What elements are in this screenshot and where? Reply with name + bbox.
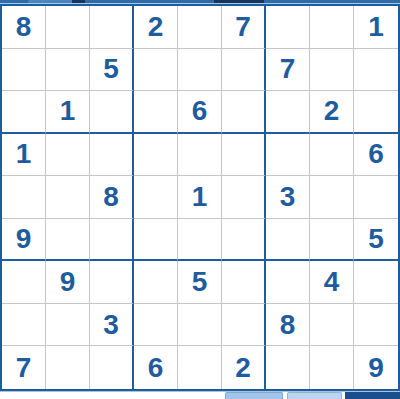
- cell-r1c3[interactable]: [90, 6, 134, 49]
- cell-r9c3[interactable]: [90, 346, 134, 389]
- cell-r4c1[interactable]: 1: [2, 134, 46, 177]
- cell-r3c5[interactable]: 6: [178, 91, 222, 134]
- cell-r5c5[interactable]: 1: [178, 176, 222, 219]
- cell-r8c4[interactable]: [134, 304, 178, 347]
- cell-r8c5[interactable]: [178, 304, 222, 347]
- cell-r7c4[interactable]: [134, 261, 178, 304]
- cell-r9c1[interactable]: 7: [2, 346, 46, 389]
- cell-r4c9[interactable]: 6: [354, 134, 398, 177]
- cell-r5c6[interactable]: [222, 176, 266, 219]
- cell-r4c3[interactable]: [90, 134, 134, 177]
- sudoku-board: 8271571621681395954387629: [0, 4, 400, 391]
- cell-r1c7[interactable]: [266, 6, 310, 49]
- cell-r6c3[interactable]: [90, 219, 134, 262]
- cell-r3c4[interactable]: [134, 91, 178, 134]
- cell-r7c5[interactable]: 5: [178, 261, 222, 304]
- cell-r2c2[interactable]: [46, 49, 90, 92]
- bottom-fragment-lighter: [287, 392, 342, 399]
- cell-r4c5[interactable]: [178, 134, 222, 177]
- cell-r7c1[interactable]: [2, 261, 46, 304]
- cell-r1c8[interactable]: [310, 6, 354, 49]
- bottom-fragment-light: [225, 392, 283, 399]
- cell-r7c8[interactable]: 4: [310, 261, 354, 304]
- cell-r1c9[interactable]: 1: [354, 6, 398, 49]
- cell-r2c4[interactable]: [134, 49, 178, 92]
- cell-r5c8[interactable]: [310, 176, 354, 219]
- cell-r3c7[interactable]: [266, 91, 310, 134]
- cell-r1c4[interactable]: 2: [134, 6, 178, 49]
- bottom-fragment-dark: [345, 392, 400, 399]
- cell-r8c1[interactable]: [2, 304, 46, 347]
- cell-r5c4[interactable]: [134, 176, 178, 219]
- cell-r6c7[interactable]: [266, 219, 310, 262]
- cell-r2c9[interactable]: [354, 49, 398, 92]
- cell-r9c8[interactable]: [310, 346, 354, 389]
- cell-r4c6[interactable]: [222, 134, 266, 177]
- cell-r2c3[interactable]: 5: [90, 49, 134, 92]
- cell-r9c4[interactable]: 6: [134, 346, 178, 389]
- cell-r2c5[interactable]: [178, 49, 222, 92]
- cell-r3c3[interactable]: [90, 91, 134, 134]
- cell-r3c6[interactable]: [222, 91, 266, 134]
- cell-r9c7[interactable]: [266, 346, 310, 389]
- cell-r2c7[interactable]: 7: [266, 49, 310, 92]
- cell-r2c8[interactable]: [310, 49, 354, 92]
- cropped-bottom-strip: [0, 392, 400, 399]
- cell-r9c9[interactable]: 9: [354, 346, 398, 389]
- cell-r1c5[interactable]: [178, 6, 222, 49]
- cell-r8c8[interactable]: [310, 304, 354, 347]
- cell-r1c1[interactable]: 8: [2, 6, 46, 49]
- cell-r7c3[interactable]: [90, 261, 134, 304]
- cell-r4c7[interactable]: [266, 134, 310, 177]
- cell-r8c3[interactable]: 3: [90, 304, 134, 347]
- cell-r3c8[interactable]: 2: [310, 91, 354, 134]
- cell-r5c1[interactable]: [2, 176, 46, 219]
- cell-r3c9[interactable]: [354, 91, 398, 134]
- cell-r6c6[interactable]: [222, 219, 266, 262]
- cell-r3c2[interactable]: 1: [46, 91, 90, 134]
- cell-r1c6[interactable]: 7: [222, 6, 266, 49]
- cell-r3c1[interactable]: [2, 91, 46, 134]
- cell-r4c8[interactable]: [310, 134, 354, 177]
- cell-r6c1[interactable]: 9: [2, 219, 46, 262]
- cell-r9c6[interactable]: 2: [222, 346, 266, 389]
- cell-r7c7[interactable]: [266, 261, 310, 304]
- cell-r9c5[interactable]: [178, 346, 222, 389]
- cell-r8c9[interactable]: [354, 304, 398, 347]
- cell-r1c2[interactable]: [46, 6, 90, 49]
- cell-r7c9[interactable]: [354, 261, 398, 304]
- cell-r4c4[interactable]: [134, 134, 178, 177]
- cell-r6c8[interactable]: [310, 219, 354, 262]
- cell-r7c2[interactable]: 9: [46, 261, 90, 304]
- cell-r7c6[interactable]: [222, 261, 266, 304]
- cell-r4c2[interactable]: [46, 134, 90, 177]
- cell-r6c4[interactable]: [134, 219, 178, 262]
- cell-r6c9[interactable]: 5: [354, 219, 398, 262]
- cell-r5c3[interactable]: 8: [90, 176, 134, 219]
- cell-r2c6[interactable]: [222, 49, 266, 92]
- cell-r2c1[interactable]: [2, 49, 46, 92]
- cell-r5c7[interactable]: 3: [266, 176, 310, 219]
- cell-r9c2[interactable]: [46, 346, 90, 389]
- cell-r6c2[interactable]: [46, 219, 90, 262]
- cell-r6c5[interactable]: [178, 219, 222, 262]
- cell-r5c2[interactable]: [46, 176, 90, 219]
- cell-r8c6[interactable]: [222, 304, 266, 347]
- cell-r8c7[interactable]: 8: [266, 304, 310, 347]
- cell-r5c9[interactable]: [354, 176, 398, 219]
- cell-r8c2[interactable]: [46, 304, 90, 347]
